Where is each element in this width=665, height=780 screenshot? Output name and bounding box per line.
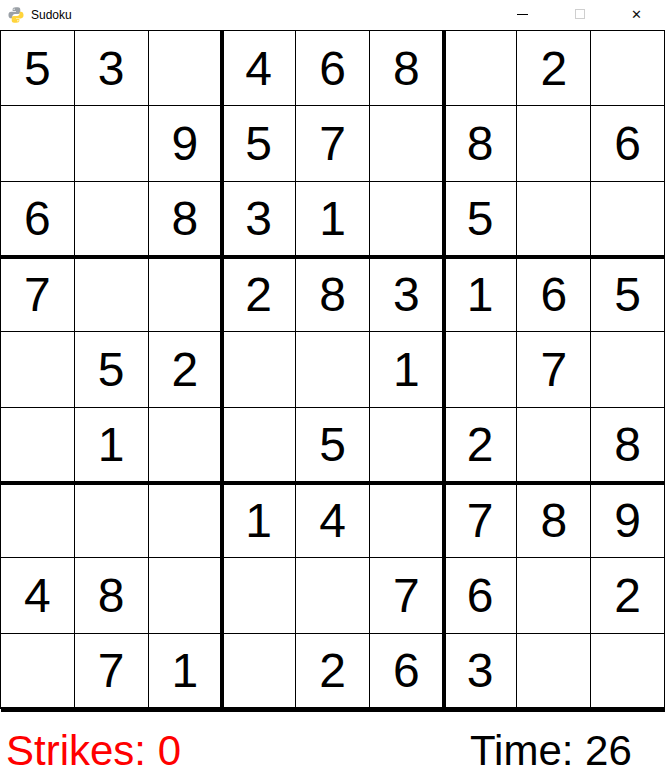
cell-r7c3[interactable] <box>149 483 223 558</box>
cell-r6c7[interactable]: 2 <box>444 408 518 483</box>
cell-r1c9[interactable] <box>591 31 665 106</box>
cell-r4c2[interactable] <box>75 257 149 332</box>
cell-r1c5[interactable]: 6 <box>296 31 370 106</box>
cell-r4c8[interactable]: 6 <box>517 257 591 332</box>
cell-r3c3[interactable]: 8 <box>149 182 223 257</box>
cell-r2c3[interactable]: 9 <box>149 106 223 181</box>
board-bottom-border <box>1 707 665 712</box>
minimize-button[interactable] <box>494 0 551 28</box>
cell-r8c4[interactable] <box>222 558 296 633</box>
cell-r5c8[interactable]: 7 <box>517 332 591 407</box>
cell-r5c2[interactable]: 5 <box>75 332 149 407</box>
close-icon: ✕ <box>631 8 642 21</box>
cell-r4c6[interactable]: 3 <box>370 257 444 332</box>
cell-r5c6[interactable]: 1 <box>370 332 444 407</box>
cell-r3c2[interactable] <box>75 182 149 257</box>
cell-r2c4[interactable]: 5 <box>222 106 296 181</box>
cell-r3c7[interactable]: 5 <box>444 182 518 257</box>
cell-r3c4[interactable]: 3 <box>222 182 296 257</box>
python-app-icon <box>7 6 25 24</box>
box-divider-vertical-2 <box>442 31 446 709</box>
cell-r6c4[interactable] <box>222 408 296 483</box>
sudoku-board: 5346829578668315728316552171528147894876… <box>0 30 665 709</box>
cell-r9c3[interactable]: 1 <box>149 634 223 709</box>
cell-r7c5[interactable]: 4 <box>296 483 370 558</box>
cell-r1c6[interactable]: 8 <box>370 31 444 106</box>
cell-r7c6[interactable] <box>370 483 444 558</box>
cell-r4c9[interactable]: 5 <box>591 257 665 332</box>
cell-r8c3[interactable] <box>149 558 223 633</box>
cell-r2c7[interactable]: 8 <box>444 106 518 181</box>
box-divider-vertical-1 <box>220 31 224 709</box>
cell-r9c1[interactable] <box>1 634 75 709</box>
sudoku-window: Sudoku ✕ 5346829578668315728316552171528… <box>0 0 665 780</box>
close-button[interactable]: ✕ <box>608 0 665 28</box>
cell-r1c1[interactable]: 5 <box>1 31 75 106</box>
cell-r1c8[interactable]: 2 <box>517 31 591 106</box>
caption-buttons: ✕ <box>494 0 665 28</box>
cell-r8c7[interactable]: 6 <box>444 558 518 633</box>
cell-r8c1[interactable]: 4 <box>1 558 75 633</box>
cell-r6c9[interactable]: 8 <box>591 408 665 483</box>
title-bar: Sudoku ✕ <box>0 0 665 30</box>
cell-r1c4[interactable]: 4 <box>222 31 296 106</box>
maximize-button[interactable] <box>551 0 608 28</box>
cell-r8c8[interactable] <box>517 558 591 633</box>
cell-r3c6[interactable] <box>370 182 444 257</box>
cell-r4c1[interactable]: 7 <box>1 257 75 332</box>
cell-r5c9[interactable] <box>591 332 665 407</box>
cell-r2c5[interactable]: 7 <box>296 106 370 181</box>
cell-r9c4[interactable] <box>222 634 296 709</box>
cell-r3c9[interactable] <box>591 182 665 257</box>
cell-r8c2[interactable]: 8 <box>75 558 149 633</box>
cell-r7c4[interactable]: 1 <box>222 483 296 558</box>
cell-r1c2[interactable]: 3 <box>75 31 149 106</box>
cell-r6c8[interactable] <box>517 408 591 483</box>
cell-r6c2[interactable]: 1 <box>75 408 149 483</box>
strikes-label: Strikes: 0 <box>6 730 181 772</box>
cell-r9c8[interactable] <box>517 634 591 709</box>
cell-r7c7[interactable]: 7 <box>444 483 518 558</box>
cell-r2c1[interactable] <box>1 106 75 181</box>
cell-r5c1[interactable] <box>1 332 75 407</box>
cell-r6c3[interactable] <box>149 408 223 483</box>
cell-r9c5[interactable]: 2 <box>296 634 370 709</box>
cell-r3c5[interactable]: 1 <box>296 182 370 257</box>
cell-r9c7[interactable]: 3 <box>444 634 518 709</box>
cell-r6c5[interactable]: 5 <box>296 408 370 483</box>
time-label: Time: 26 <box>470 730 632 772</box>
cell-r8c6[interactable]: 7 <box>370 558 444 633</box>
cell-r9c9[interactable] <box>591 634 665 709</box>
cell-r5c3[interactable]: 2 <box>149 332 223 407</box>
maximize-icon <box>575 9 585 19</box>
window-title: Sudoku <box>31 8 72 22</box>
cell-r6c1[interactable] <box>1 408 75 483</box>
cell-r1c7[interactable] <box>444 31 518 106</box>
cell-r4c3[interactable] <box>149 257 223 332</box>
cell-r7c1[interactable] <box>1 483 75 558</box>
cell-r4c4[interactable]: 2 <box>222 257 296 332</box>
cell-r4c5[interactable]: 8 <box>296 257 370 332</box>
cell-r7c8[interactable]: 8 <box>517 483 591 558</box>
cell-r5c5[interactable] <box>296 332 370 407</box>
cell-r3c8[interactable] <box>517 182 591 257</box>
cell-r1c3[interactable] <box>149 31 223 106</box>
cell-r7c2[interactable] <box>75 483 149 558</box>
cell-r2c8[interactable] <box>517 106 591 181</box>
box-divider-horizontal-1 <box>1 255 665 259</box>
cell-r2c9[interactable]: 6 <box>591 106 665 181</box>
status-bar: Strikes: 0 Time: 26 <box>0 711 665 780</box>
cell-r9c2[interactable]: 7 <box>75 634 149 709</box>
cell-r2c2[interactable] <box>75 106 149 181</box>
cell-r4c7[interactable]: 1 <box>444 257 518 332</box>
cell-r5c4[interactable] <box>222 332 296 407</box>
cell-r6c6[interactable] <box>370 408 444 483</box>
cell-r8c5[interactable] <box>296 558 370 633</box>
cell-r8c9[interactable]: 2 <box>591 558 665 633</box>
cell-r7c9[interactable]: 9 <box>591 483 665 558</box>
cell-r3c1[interactable]: 6 <box>1 182 75 257</box>
cell-r2c6[interactable] <box>370 106 444 181</box>
minimize-icon <box>517 14 528 15</box>
cell-r5c7[interactable] <box>444 332 518 407</box>
cell-r9c6[interactable]: 6 <box>370 634 444 709</box>
box-divider-horizontal-2 <box>1 481 665 485</box>
